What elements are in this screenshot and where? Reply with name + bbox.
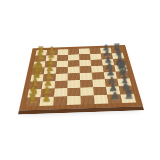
square-a4 — [67, 96, 81, 105]
white-rook-a1: ♜ — [27, 93, 38, 105]
square-b5 — [80, 87, 94, 96]
black-pawn-a7: ♟ — [110, 91, 120, 102]
product-photo: ♜♟♟♜♞♟♟♞♝♟♟♝♚♟♟♚♛♟♟♛♝♟♟♝♞♟♟♞♜♟♟♜ — [0, 0, 160, 160]
board-near-edge — [18, 106, 144, 114]
square-a1: ♜ — [26, 97, 41, 106]
square-g3 — [57, 55, 68, 61]
square-a5 — [81, 95, 95, 104]
black-rook-a8: ♜ — [123, 90, 134, 102]
square-e4 — [68, 66, 80, 73]
square-a8: ♜ — [121, 94, 137, 103]
square-c6 — [92, 79, 106, 87]
square-a3 — [53, 96, 67, 105]
chess-board: ♜♟♟♜♞♟♟♞♝♟♟♝♚♟♟♚♛♟♟♛♝♟♟♝♞♟♟♞♜♟♟♜ — [19, 45, 143, 111]
square-a6 — [94, 95, 109, 104]
white-pawn-a2: ♟ — [41, 94, 51, 105]
square-e3 — [56, 67, 68, 74]
perspective-scene: ♜♟♟♜♞♟♟♞♝♟♟♝♚♟♟♚♛♟♟♛♝♟♟♝♞♟♟♞♜♟♟♜ — [0, 0, 160, 160]
square-c5 — [80, 80, 93, 88]
square-d3 — [55, 73, 68, 81]
square-b4 — [67, 88, 80, 97]
square-b6 — [93, 87, 107, 96]
board-grid: ♜♟♟♜♞♟♟♞♝♟♟♝♚♟♟♚♛♟♟♛♝♟♟♝♞♟♟♞♜♟♟♜ — [26, 47, 137, 106]
square-a2: ♟ — [39, 97, 54, 106]
